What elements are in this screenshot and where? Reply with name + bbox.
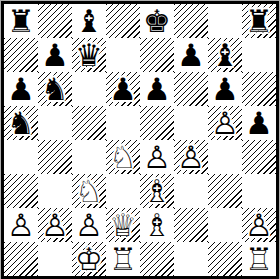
square-f5[interactable] — [174, 106, 208, 140]
black-pawn-piece: ♟♟ — [140, 72, 174, 106]
chess-diagram: ♜♜♝♝♚♚♜♜♟♟♛♛♟♟♝♝♟♟♞♞♟♟♟♟♟♟♞♞♟♙♟♟♞♘♟♙♟♙♞♘… — [0, 0, 280, 279]
square-e3[interactable]: ♝♗ — [140, 174, 174, 208]
piece-glyph: ♟ — [140, 72, 174, 106]
square-a7[interactable] — [4, 38, 38, 72]
white-pawn-piece: ♟♙ — [72, 208, 106, 242]
black-queen-piece: ♛♛ — [72, 38, 106, 72]
square-e4[interactable]: ♟♙ — [140, 140, 174, 174]
black-pawn-piece: ♟♟ — [174, 38, 208, 72]
square-c5[interactable] — [72, 106, 106, 140]
piece-glyph: ♝ — [72, 4, 106, 38]
square-g2[interactable] — [208, 208, 242, 242]
piece-glyph: ♛ — [72, 38, 106, 72]
piece-glyph: ♟ — [38, 38, 72, 72]
square-a4[interactable] — [4, 140, 38, 174]
square-a8[interactable]: ♜♜ — [4, 4, 38, 38]
black-pawn-piece: ♟♟ — [4, 72, 38, 106]
square-h1[interactable]: ♜♖ — [242, 242, 276, 276]
black-rook-piece: ♜♜ — [242, 4, 276, 38]
piece-glyph: ♖ — [242, 242, 276, 276]
piece-glyph: ♜ — [4, 4, 38, 38]
square-d7[interactable] — [106, 38, 140, 72]
piece-glyph: ♞ — [38, 72, 72, 106]
square-a6[interactable]: ♟♟ — [4, 72, 38, 106]
square-f3[interactable] — [174, 174, 208, 208]
piece-glyph: ♟ — [208, 72, 242, 106]
square-e7[interactable] — [140, 38, 174, 72]
square-e8[interactable]: ♚♚ — [140, 4, 174, 38]
black-pawn-piece: ♟♟ — [242, 106, 276, 140]
square-e6[interactable]: ♟♟ — [140, 72, 174, 106]
square-h5[interactable]: ♟♟ — [242, 106, 276, 140]
square-h8[interactable]: ♜♜ — [242, 4, 276, 38]
square-f8[interactable] — [174, 4, 208, 38]
piece-glyph: ♙ — [4, 208, 38, 242]
square-a1[interactable] — [4, 242, 38, 276]
piece-glyph: ♟ — [174, 38, 208, 72]
square-b2[interactable]: ♟♙ — [38, 208, 72, 242]
black-pawn-piece: ♟♟ — [106, 72, 140, 106]
square-c3[interactable]: ♞♘ — [72, 174, 106, 208]
square-h2[interactable]: ♟♙ — [242, 208, 276, 242]
white-pawn-piece: ♟♙ — [140, 140, 174, 174]
board-frame: ♜♜♝♝♚♚♜♜♟♟♛♛♟♟♝♝♟♟♞♞♟♟♟♟♟♟♞♞♟♙♟♟♞♘♟♙♟♙♞♘… — [1, 1, 279, 279]
white-king-piece: ♚♔ — [72, 242, 106, 276]
square-g4[interactable] — [208, 140, 242, 174]
piece-glyph: ♗ — [140, 174, 174, 208]
piece-glyph: ♚ — [140, 4, 174, 38]
square-d6[interactable]: ♟♟ — [106, 72, 140, 106]
white-knight-piece: ♞♘ — [72, 174, 106, 208]
black-bishop-piece: ♝♝ — [208, 38, 242, 72]
piece-glyph: ♙ — [174, 140, 208, 174]
square-c8[interactable]: ♝♝ — [72, 4, 106, 38]
white-pawn-piece: ♟♙ — [174, 140, 208, 174]
square-g5[interactable]: ♟♙ — [208, 106, 242, 140]
square-h4[interactable] — [242, 140, 276, 174]
square-d8[interactable] — [106, 4, 140, 38]
square-f2[interactable] — [174, 208, 208, 242]
square-d4[interactable]: ♞♘ — [106, 140, 140, 174]
white-queen-piece: ♛♕ — [106, 208, 140, 242]
square-b4[interactable] — [38, 140, 72, 174]
piece-glyph: ♖ — [106, 242, 140, 276]
square-d3[interactable] — [106, 174, 140, 208]
piece-glyph: ♟ — [106, 72, 140, 106]
piece-glyph: ♘ — [72, 174, 106, 208]
black-knight-piece: ♞♞ — [38, 72, 72, 106]
black-pawn-piece: ♟♟ — [208, 72, 242, 106]
black-rook-piece: ♜♜ — [4, 4, 38, 38]
square-b1[interactable] — [38, 242, 72, 276]
piece-glyph: ♟ — [4, 72, 38, 106]
black-king-piece: ♚♚ — [140, 4, 174, 38]
square-e2[interactable]: ♝♗ — [140, 208, 174, 242]
square-b6[interactable]: ♞♞ — [38, 72, 72, 106]
square-a3[interactable] — [4, 174, 38, 208]
piece-glyph: ♙ — [208, 106, 242, 140]
piece-glyph: ♜ — [242, 4, 276, 38]
square-f4[interactable]: ♟♙ — [174, 140, 208, 174]
square-b3[interactable] — [38, 174, 72, 208]
piece-glyph: ♗ — [140, 208, 174, 242]
square-c1[interactable]: ♚♔ — [72, 242, 106, 276]
white-bishop-piece: ♝♗ — [140, 208, 174, 242]
white-pawn-piece: ♟♙ — [4, 208, 38, 242]
square-c7[interactable]: ♛♛ — [72, 38, 106, 72]
piece-glyph: ♟ — [242, 106, 276, 140]
square-h6[interactable] — [242, 72, 276, 106]
white-bishop-piece: ♝♗ — [140, 174, 174, 208]
piece-glyph: ♘ — [106, 140, 140, 174]
piece-glyph: ♙ — [140, 140, 174, 174]
black-pawn-piece: ♟♟ — [38, 38, 72, 72]
white-rook-piece: ♜♖ — [106, 242, 140, 276]
chess-board: ♜♜♝♝♚♚♜♜♟♟♛♛♟♟♝♝♟♟♞♞♟♟♟♟♟♟♞♞♟♙♟♟♞♘♟♙♟♙♞♘… — [4, 4, 276, 276]
white-pawn-piece: ♟♙ — [208, 106, 242, 140]
square-e1[interactable] — [140, 242, 174, 276]
square-g7[interactable]: ♝♝ — [208, 38, 242, 72]
square-b7[interactable]: ♟♟ — [38, 38, 72, 72]
square-f6[interactable] — [174, 72, 208, 106]
square-c4[interactable] — [72, 140, 106, 174]
square-c2[interactable]: ♟♙ — [72, 208, 106, 242]
square-h7[interactable] — [242, 38, 276, 72]
white-pawn-piece: ♟♙ — [38, 208, 72, 242]
square-f1[interactable] — [174, 242, 208, 276]
piece-glyph: ♕ — [106, 208, 140, 242]
piece-glyph: ♙ — [242, 208, 276, 242]
piece-glyph: ♝ — [208, 38, 242, 72]
square-a2[interactable]: ♟♙ — [4, 208, 38, 242]
square-b5[interactable] — [38, 106, 72, 140]
square-d1[interactable]: ♜♖ — [106, 242, 140, 276]
piece-glyph: ♔ — [72, 242, 106, 276]
piece-glyph: ♙ — [38, 208, 72, 242]
white-knight-piece: ♞♘ — [106, 140, 140, 174]
square-g8[interactable] — [208, 4, 242, 38]
square-d5[interactable] — [106, 106, 140, 140]
piece-glyph: ♙ — [72, 208, 106, 242]
white-pawn-piece: ♟♙ — [242, 208, 276, 242]
square-h3[interactable] — [242, 174, 276, 208]
black-knight-piece: ♞♞ — [4, 106, 38, 140]
square-g3[interactable] — [208, 174, 242, 208]
square-b8[interactable] — [38, 4, 72, 38]
black-bishop-piece: ♝♝ — [72, 4, 106, 38]
piece-glyph: ♞ — [4, 106, 38, 140]
square-a5[interactable]: ♞♞ — [4, 106, 38, 140]
square-d2[interactable]: ♛♕ — [106, 208, 140, 242]
square-f7[interactable]: ♟♟ — [174, 38, 208, 72]
square-c6[interactable] — [72, 72, 106, 106]
square-e5[interactable] — [140, 106, 174, 140]
square-g1[interactable] — [208, 242, 242, 276]
white-rook-piece: ♜♖ — [242, 242, 276, 276]
square-g6[interactable]: ♟♟ — [208, 72, 242, 106]
